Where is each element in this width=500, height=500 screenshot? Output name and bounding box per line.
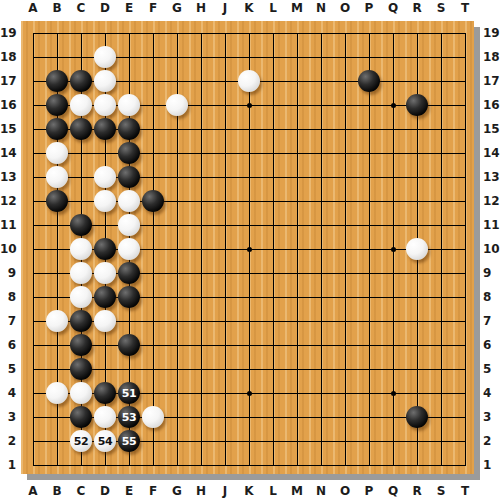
point-C12[interactable] bbox=[69, 189, 93, 213]
point-D8[interactable] bbox=[93, 285, 117, 309]
point-H4[interactable] bbox=[189, 381, 213, 405]
point-H14[interactable] bbox=[189, 141, 213, 165]
point-D12[interactable] bbox=[93, 189, 117, 213]
point-C14[interactable] bbox=[69, 141, 93, 165]
point-B19[interactable] bbox=[45, 21, 69, 45]
point-Q9[interactable] bbox=[381, 261, 405, 285]
point-J1[interactable] bbox=[213, 453, 237, 477]
point-O4[interactable] bbox=[333, 381, 357, 405]
point-S11[interactable] bbox=[429, 213, 453, 237]
point-N12[interactable] bbox=[309, 189, 333, 213]
point-O6[interactable] bbox=[333, 333, 357, 357]
point-T9[interactable] bbox=[453, 261, 477, 285]
point-N18[interactable] bbox=[309, 45, 333, 69]
point-B9[interactable] bbox=[45, 261, 69, 285]
point-R2[interactable] bbox=[405, 429, 429, 453]
point-O10[interactable] bbox=[333, 237, 357, 261]
point-J9[interactable] bbox=[213, 261, 237, 285]
point-J2[interactable] bbox=[213, 429, 237, 453]
point-F13[interactable] bbox=[141, 165, 165, 189]
point-M6[interactable] bbox=[285, 333, 309, 357]
point-R12[interactable] bbox=[405, 189, 429, 213]
point-B1[interactable] bbox=[45, 453, 69, 477]
point-A3[interactable] bbox=[21, 405, 45, 429]
point-K1[interactable] bbox=[237, 453, 261, 477]
point-P9[interactable] bbox=[357, 261, 381, 285]
point-J11[interactable] bbox=[213, 213, 237, 237]
point-G18[interactable] bbox=[165, 45, 189, 69]
point-L15[interactable] bbox=[261, 117, 285, 141]
point-N10[interactable] bbox=[309, 237, 333, 261]
point-F7[interactable] bbox=[141, 309, 165, 333]
point-C13[interactable] bbox=[69, 165, 93, 189]
point-E13[interactable] bbox=[117, 165, 141, 189]
point-D3[interactable] bbox=[93, 405, 117, 429]
point-H17[interactable] bbox=[189, 69, 213, 93]
point-L2[interactable] bbox=[261, 429, 285, 453]
point-M13[interactable] bbox=[285, 165, 309, 189]
point-R10[interactable] bbox=[405, 237, 429, 261]
point-K10[interactable] bbox=[237, 237, 261, 261]
point-H1[interactable] bbox=[189, 453, 213, 477]
point-F17[interactable] bbox=[141, 69, 165, 93]
point-B11[interactable] bbox=[45, 213, 69, 237]
point-M8[interactable] bbox=[285, 285, 309, 309]
point-P6[interactable] bbox=[357, 333, 381, 357]
point-D10[interactable] bbox=[93, 237, 117, 261]
point-Q8[interactable] bbox=[381, 285, 405, 309]
point-P3[interactable] bbox=[357, 405, 381, 429]
point-M3[interactable] bbox=[285, 405, 309, 429]
point-S18[interactable] bbox=[429, 45, 453, 69]
point-B6[interactable] bbox=[45, 333, 69, 357]
point-C17[interactable] bbox=[69, 69, 93, 93]
point-K8[interactable] bbox=[237, 285, 261, 309]
point-T7[interactable] bbox=[453, 309, 477, 333]
point-S12[interactable] bbox=[429, 189, 453, 213]
point-Q2[interactable] bbox=[381, 429, 405, 453]
point-A16[interactable] bbox=[21, 93, 45, 117]
point-T18[interactable] bbox=[453, 45, 477, 69]
point-B13[interactable] bbox=[45, 165, 69, 189]
point-F15[interactable] bbox=[141, 117, 165, 141]
point-P2[interactable] bbox=[357, 429, 381, 453]
point-L12[interactable] bbox=[261, 189, 285, 213]
point-F2[interactable] bbox=[141, 429, 165, 453]
point-H2[interactable] bbox=[189, 429, 213, 453]
point-D2[interactable]: 54 bbox=[93, 429, 117, 453]
point-P11[interactable] bbox=[357, 213, 381, 237]
point-C5[interactable] bbox=[69, 357, 93, 381]
point-A18[interactable] bbox=[21, 45, 45, 69]
point-O16[interactable] bbox=[333, 93, 357, 117]
point-H18[interactable] bbox=[189, 45, 213, 69]
point-K4[interactable] bbox=[237, 381, 261, 405]
point-R8[interactable] bbox=[405, 285, 429, 309]
point-J7[interactable] bbox=[213, 309, 237, 333]
point-C16[interactable] bbox=[69, 93, 93, 117]
point-Q3[interactable] bbox=[381, 405, 405, 429]
point-F18[interactable] bbox=[141, 45, 165, 69]
point-D11[interactable] bbox=[93, 213, 117, 237]
point-T2[interactable] bbox=[453, 429, 477, 453]
point-J4[interactable] bbox=[213, 381, 237, 405]
point-G10[interactable] bbox=[165, 237, 189, 261]
point-T17[interactable] bbox=[453, 69, 477, 93]
point-F8[interactable] bbox=[141, 285, 165, 309]
point-G4[interactable] bbox=[165, 381, 189, 405]
point-G8[interactable] bbox=[165, 285, 189, 309]
point-J8[interactable] bbox=[213, 285, 237, 309]
point-B18[interactable] bbox=[45, 45, 69, 69]
point-L3[interactable] bbox=[261, 405, 285, 429]
point-M4[interactable] bbox=[285, 381, 309, 405]
point-R5[interactable] bbox=[405, 357, 429, 381]
point-H10[interactable] bbox=[189, 237, 213, 261]
point-C4[interactable] bbox=[69, 381, 93, 405]
point-A7[interactable] bbox=[21, 309, 45, 333]
point-F1[interactable] bbox=[141, 453, 165, 477]
point-E3[interactable]: 53 bbox=[117, 405, 141, 429]
point-O13[interactable] bbox=[333, 165, 357, 189]
point-O12[interactable] bbox=[333, 189, 357, 213]
point-Q7[interactable] bbox=[381, 309, 405, 333]
point-S7[interactable] bbox=[429, 309, 453, 333]
point-H7[interactable] bbox=[189, 309, 213, 333]
point-A5[interactable] bbox=[21, 357, 45, 381]
point-F19[interactable] bbox=[141, 21, 165, 45]
point-M19[interactable] bbox=[285, 21, 309, 45]
point-O15[interactable] bbox=[333, 117, 357, 141]
point-J16[interactable] bbox=[213, 93, 237, 117]
point-T5[interactable] bbox=[453, 357, 477, 381]
point-K14[interactable] bbox=[237, 141, 261, 165]
point-Q18[interactable] bbox=[381, 45, 405, 69]
point-A4[interactable] bbox=[21, 381, 45, 405]
point-E9[interactable] bbox=[117, 261, 141, 285]
point-B7[interactable] bbox=[45, 309, 69, 333]
point-D1[interactable] bbox=[93, 453, 117, 477]
point-T8[interactable] bbox=[453, 285, 477, 309]
point-A10[interactable] bbox=[21, 237, 45, 261]
point-C2[interactable]: 52 bbox=[69, 429, 93, 453]
point-G14[interactable] bbox=[165, 141, 189, 165]
point-P4[interactable] bbox=[357, 381, 381, 405]
point-O19[interactable] bbox=[333, 21, 357, 45]
point-A11[interactable] bbox=[21, 213, 45, 237]
point-T12[interactable] bbox=[453, 189, 477, 213]
point-A17[interactable] bbox=[21, 69, 45, 93]
point-Q16[interactable] bbox=[381, 93, 405, 117]
point-S9[interactable] bbox=[429, 261, 453, 285]
point-D9[interactable] bbox=[93, 261, 117, 285]
point-G6[interactable] bbox=[165, 333, 189, 357]
point-K5[interactable] bbox=[237, 357, 261, 381]
point-H3[interactable] bbox=[189, 405, 213, 429]
point-J12[interactable] bbox=[213, 189, 237, 213]
point-K19[interactable] bbox=[237, 21, 261, 45]
point-S6[interactable] bbox=[429, 333, 453, 357]
point-M1[interactable] bbox=[285, 453, 309, 477]
point-D5[interactable] bbox=[93, 357, 117, 381]
point-R11[interactable] bbox=[405, 213, 429, 237]
point-N17[interactable] bbox=[309, 69, 333, 93]
point-N11[interactable] bbox=[309, 213, 333, 237]
point-R4[interactable] bbox=[405, 381, 429, 405]
point-K13[interactable] bbox=[237, 165, 261, 189]
point-H19[interactable] bbox=[189, 21, 213, 45]
point-F3[interactable] bbox=[141, 405, 165, 429]
point-E19[interactable] bbox=[117, 21, 141, 45]
point-F9[interactable] bbox=[141, 261, 165, 285]
point-N15[interactable] bbox=[309, 117, 333, 141]
point-E5[interactable] bbox=[117, 357, 141, 381]
point-E7[interactable] bbox=[117, 309, 141, 333]
point-J10[interactable] bbox=[213, 237, 237, 261]
point-R16[interactable] bbox=[405, 93, 429, 117]
point-H11[interactable] bbox=[189, 213, 213, 237]
point-R6[interactable] bbox=[405, 333, 429, 357]
point-S2[interactable] bbox=[429, 429, 453, 453]
point-Q4[interactable] bbox=[381, 381, 405, 405]
point-P1[interactable] bbox=[357, 453, 381, 477]
point-L9[interactable] bbox=[261, 261, 285, 285]
point-A1[interactable] bbox=[21, 453, 45, 477]
point-D19[interactable] bbox=[93, 21, 117, 45]
point-A2[interactable] bbox=[21, 429, 45, 453]
point-S15[interactable] bbox=[429, 117, 453, 141]
point-T14[interactable] bbox=[453, 141, 477, 165]
point-M15[interactable] bbox=[285, 117, 309, 141]
point-D16[interactable] bbox=[93, 93, 117, 117]
point-E1[interactable] bbox=[117, 453, 141, 477]
point-N9[interactable] bbox=[309, 261, 333, 285]
point-Q12[interactable] bbox=[381, 189, 405, 213]
point-S17[interactable] bbox=[429, 69, 453, 93]
point-M16[interactable] bbox=[285, 93, 309, 117]
point-L6[interactable] bbox=[261, 333, 285, 357]
point-N5[interactable] bbox=[309, 357, 333, 381]
point-G2[interactable] bbox=[165, 429, 189, 453]
point-C11[interactable] bbox=[69, 213, 93, 237]
point-H9[interactable] bbox=[189, 261, 213, 285]
point-H8[interactable] bbox=[189, 285, 213, 309]
point-H15[interactable] bbox=[189, 117, 213, 141]
point-B16[interactable] bbox=[45, 93, 69, 117]
point-O7[interactable] bbox=[333, 309, 357, 333]
point-G1[interactable] bbox=[165, 453, 189, 477]
point-C19[interactable] bbox=[69, 21, 93, 45]
point-M17[interactable] bbox=[285, 69, 309, 93]
point-E12[interactable] bbox=[117, 189, 141, 213]
point-M14[interactable] bbox=[285, 141, 309, 165]
point-N4[interactable] bbox=[309, 381, 333, 405]
point-Q17[interactable] bbox=[381, 69, 405, 93]
point-R14[interactable] bbox=[405, 141, 429, 165]
point-R19[interactable] bbox=[405, 21, 429, 45]
point-D6[interactable] bbox=[93, 333, 117, 357]
point-J6[interactable] bbox=[213, 333, 237, 357]
point-M18[interactable] bbox=[285, 45, 309, 69]
point-G15[interactable] bbox=[165, 117, 189, 141]
point-E17[interactable] bbox=[117, 69, 141, 93]
point-D13[interactable] bbox=[93, 165, 117, 189]
point-O14[interactable] bbox=[333, 141, 357, 165]
point-Q5[interactable] bbox=[381, 357, 405, 381]
point-G12[interactable] bbox=[165, 189, 189, 213]
point-K11[interactable] bbox=[237, 213, 261, 237]
point-S19[interactable] bbox=[429, 21, 453, 45]
point-N1[interactable] bbox=[309, 453, 333, 477]
point-T15[interactable] bbox=[453, 117, 477, 141]
point-P12[interactable] bbox=[357, 189, 381, 213]
point-T13[interactable] bbox=[453, 165, 477, 189]
point-P16[interactable] bbox=[357, 93, 381, 117]
point-R13[interactable] bbox=[405, 165, 429, 189]
point-G17[interactable] bbox=[165, 69, 189, 93]
point-D4[interactable] bbox=[93, 381, 117, 405]
point-G9[interactable] bbox=[165, 261, 189, 285]
point-K17[interactable] bbox=[237, 69, 261, 93]
point-M11[interactable] bbox=[285, 213, 309, 237]
point-K15[interactable] bbox=[237, 117, 261, 141]
point-Q10[interactable] bbox=[381, 237, 405, 261]
point-J3[interactable] bbox=[213, 405, 237, 429]
point-K18[interactable] bbox=[237, 45, 261, 69]
point-L5[interactable] bbox=[261, 357, 285, 381]
point-F6[interactable] bbox=[141, 333, 165, 357]
point-P15[interactable] bbox=[357, 117, 381, 141]
point-E2[interactable]: 55 bbox=[117, 429, 141, 453]
point-S4[interactable] bbox=[429, 381, 453, 405]
point-G7[interactable] bbox=[165, 309, 189, 333]
point-N14[interactable] bbox=[309, 141, 333, 165]
point-L16[interactable] bbox=[261, 93, 285, 117]
point-B3[interactable] bbox=[45, 405, 69, 429]
point-E14[interactable] bbox=[117, 141, 141, 165]
point-O9[interactable] bbox=[333, 261, 357, 285]
point-L8[interactable] bbox=[261, 285, 285, 309]
point-L1[interactable] bbox=[261, 453, 285, 477]
point-E10[interactable] bbox=[117, 237, 141, 261]
point-C3[interactable] bbox=[69, 405, 93, 429]
point-M12[interactable] bbox=[285, 189, 309, 213]
point-P17[interactable] bbox=[357, 69, 381, 93]
point-E16[interactable] bbox=[117, 93, 141, 117]
point-C7[interactable] bbox=[69, 309, 93, 333]
point-N6[interactable] bbox=[309, 333, 333, 357]
point-L17[interactable] bbox=[261, 69, 285, 93]
point-S14[interactable] bbox=[429, 141, 453, 165]
point-S16[interactable] bbox=[429, 93, 453, 117]
point-A14[interactable] bbox=[21, 141, 45, 165]
point-A6[interactable] bbox=[21, 333, 45, 357]
point-T4[interactable] bbox=[453, 381, 477, 405]
point-B4[interactable] bbox=[45, 381, 69, 405]
point-J17[interactable] bbox=[213, 69, 237, 93]
point-C18[interactable] bbox=[69, 45, 93, 69]
point-E15[interactable] bbox=[117, 117, 141, 141]
point-S13[interactable] bbox=[429, 165, 453, 189]
point-L19[interactable] bbox=[261, 21, 285, 45]
point-O18[interactable] bbox=[333, 45, 357, 69]
point-F5[interactable] bbox=[141, 357, 165, 381]
point-F11[interactable] bbox=[141, 213, 165, 237]
point-F14[interactable] bbox=[141, 141, 165, 165]
point-H6[interactable] bbox=[189, 333, 213, 357]
point-F16[interactable] bbox=[141, 93, 165, 117]
point-M7[interactable] bbox=[285, 309, 309, 333]
point-E18[interactable] bbox=[117, 45, 141, 69]
point-Q15[interactable] bbox=[381, 117, 405, 141]
point-M5[interactable] bbox=[285, 357, 309, 381]
point-P5[interactable] bbox=[357, 357, 381, 381]
point-G3[interactable] bbox=[165, 405, 189, 429]
point-K16[interactable] bbox=[237, 93, 261, 117]
point-M10[interactable] bbox=[285, 237, 309, 261]
point-B15[interactable] bbox=[45, 117, 69, 141]
point-G13[interactable] bbox=[165, 165, 189, 189]
point-O1[interactable] bbox=[333, 453, 357, 477]
point-C6[interactable] bbox=[69, 333, 93, 357]
point-H13[interactable] bbox=[189, 165, 213, 189]
point-B14[interactable] bbox=[45, 141, 69, 165]
point-R7[interactable] bbox=[405, 309, 429, 333]
point-E6[interactable] bbox=[117, 333, 141, 357]
point-O2[interactable] bbox=[333, 429, 357, 453]
point-N16[interactable] bbox=[309, 93, 333, 117]
point-J18[interactable] bbox=[213, 45, 237, 69]
point-H16[interactable] bbox=[189, 93, 213, 117]
point-Q1[interactable] bbox=[381, 453, 405, 477]
point-G16[interactable] bbox=[165, 93, 189, 117]
point-Q11[interactable] bbox=[381, 213, 405, 237]
point-R18[interactable] bbox=[405, 45, 429, 69]
point-S8[interactable] bbox=[429, 285, 453, 309]
point-M2[interactable] bbox=[285, 429, 309, 453]
point-Q14[interactable] bbox=[381, 141, 405, 165]
point-S5[interactable] bbox=[429, 357, 453, 381]
point-T10[interactable] bbox=[453, 237, 477, 261]
point-D7[interactable] bbox=[93, 309, 117, 333]
point-B8[interactable] bbox=[45, 285, 69, 309]
point-D17[interactable] bbox=[93, 69, 117, 93]
point-P8[interactable] bbox=[357, 285, 381, 309]
point-Q19[interactable] bbox=[381, 21, 405, 45]
point-C9[interactable] bbox=[69, 261, 93, 285]
point-B2[interactable] bbox=[45, 429, 69, 453]
point-E4[interactable]: 51 bbox=[117, 381, 141, 405]
point-K3[interactable] bbox=[237, 405, 261, 429]
point-A9[interactable] bbox=[21, 261, 45, 285]
point-J14[interactable] bbox=[213, 141, 237, 165]
point-G5[interactable] bbox=[165, 357, 189, 381]
point-S1[interactable] bbox=[429, 453, 453, 477]
point-L13[interactable] bbox=[261, 165, 285, 189]
point-K2[interactable] bbox=[237, 429, 261, 453]
point-P13[interactable] bbox=[357, 165, 381, 189]
point-F12[interactable] bbox=[141, 189, 165, 213]
point-P14[interactable] bbox=[357, 141, 381, 165]
point-J19[interactable] bbox=[213, 21, 237, 45]
point-O11[interactable] bbox=[333, 213, 357, 237]
point-K12[interactable] bbox=[237, 189, 261, 213]
point-P7[interactable] bbox=[357, 309, 381, 333]
point-F10[interactable] bbox=[141, 237, 165, 261]
point-R17[interactable] bbox=[405, 69, 429, 93]
point-T19[interactable] bbox=[453, 21, 477, 45]
point-T1[interactable] bbox=[453, 453, 477, 477]
